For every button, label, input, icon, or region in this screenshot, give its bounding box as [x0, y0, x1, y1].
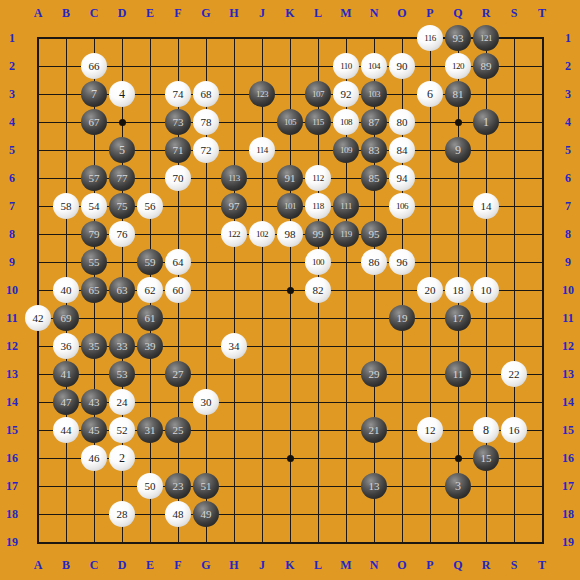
intersection-T17[interactable] [528, 472, 556, 500]
intersection-R7[interactable]: 14 [472, 192, 500, 220]
intersection-K14[interactable] [276, 388, 304, 416]
intersection-A17[interactable] [24, 472, 52, 500]
intersection-A3[interactable] [24, 80, 52, 108]
intersection-J7[interactable] [248, 192, 276, 220]
intersection-F11[interactable] [164, 304, 192, 332]
intersection-B19[interactable] [52, 528, 80, 556]
intersection-G14[interactable]: 30 [192, 388, 220, 416]
intersection-F17[interactable]: 23 [164, 472, 192, 500]
intersection-J15[interactable] [248, 416, 276, 444]
intersection-N15[interactable]: 21 [360, 416, 388, 444]
intersection-D14[interactable]: 24 [108, 388, 136, 416]
intersection-C10[interactable]: 65 [80, 276, 108, 304]
intersection-P2[interactable] [416, 52, 444, 80]
intersection-P5[interactable] [416, 136, 444, 164]
intersection-F1[interactable] [164, 24, 192, 52]
intersection-R13[interactable] [472, 360, 500, 388]
intersection-J12[interactable] [248, 332, 276, 360]
intersection-J13[interactable] [248, 360, 276, 388]
intersection-N18[interactable] [360, 500, 388, 528]
intersection-J6[interactable] [248, 164, 276, 192]
intersection-L8[interactable]: 99 [304, 220, 332, 248]
intersection-T5[interactable] [528, 136, 556, 164]
intersection-T11[interactable] [528, 304, 556, 332]
intersection-J3[interactable]: 123 [248, 80, 276, 108]
intersection-F10[interactable]: 60 [164, 276, 192, 304]
intersection-Q19[interactable] [444, 528, 472, 556]
intersection-T3[interactable] [528, 80, 556, 108]
intersection-B10[interactable]: 40 [52, 276, 80, 304]
intersection-S5[interactable] [500, 136, 528, 164]
intersection-F6[interactable]: 70 [164, 164, 192, 192]
intersection-T6[interactable] [528, 164, 556, 192]
intersection-L9[interactable]: 100 [304, 248, 332, 276]
intersection-M17[interactable] [332, 472, 360, 500]
intersection-J16[interactable] [248, 444, 276, 472]
intersection-J2[interactable] [248, 52, 276, 80]
intersection-Q6[interactable] [444, 164, 472, 192]
intersection-N11[interactable] [360, 304, 388, 332]
intersection-E3[interactable] [136, 80, 164, 108]
intersection-C4[interactable]: 67 [80, 108, 108, 136]
intersection-C15[interactable]: 45 [80, 416, 108, 444]
intersection-H3[interactable] [220, 80, 248, 108]
intersection-F2[interactable] [164, 52, 192, 80]
intersection-E8[interactable] [136, 220, 164, 248]
intersection-D19[interactable] [108, 528, 136, 556]
intersection-P16[interactable] [416, 444, 444, 472]
intersection-N1[interactable] [360, 24, 388, 52]
intersection-P14[interactable] [416, 388, 444, 416]
intersection-N2[interactable]: 104 [360, 52, 388, 80]
intersection-P15[interactable]: 12 [416, 416, 444, 444]
intersection-Q3[interactable]: 81 [444, 80, 472, 108]
intersection-L10[interactable]: 82 [304, 276, 332, 304]
intersection-S3[interactable] [500, 80, 528, 108]
intersection-G5[interactable]: 72 [192, 136, 220, 164]
intersection-A16[interactable] [24, 444, 52, 472]
intersection-O2[interactable]: 90 [388, 52, 416, 80]
intersection-E2[interactable] [136, 52, 164, 80]
intersection-R11[interactable] [472, 304, 500, 332]
intersection-G1[interactable] [192, 24, 220, 52]
intersection-C16[interactable]: 46 [80, 444, 108, 472]
intersection-L4[interactable]: 115 [304, 108, 332, 136]
intersection-G12[interactable] [192, 332, 220, 360]
intersection-B2[interactable] [52, 52, 80, 80]
intersection-C2[interactable]: 66 [80, 52, 108, 80]
intersection-K2[interactable] [276, 52, 304, 80]
intersection-E16[interactable] [136, 444, 164, 472]
intersection-C17[interactable] [80, 472, 108, 500]
intersection-C7[interactable]: 54 [80, 192, 108, 220]
intersection-G11[interactable] [192, 304, 220, 332]
intersection-R4[interactable]: 1 [472, 108, 500, 136]
intersection-G2[interactable] [192, 52, 220, 80]
intersection-J8[interactable]: 102 [248, 220, 276, 248]
intersection-J9[interactable] [248, 248, 276, 276]
intersection-J18[interactable] [248, 500, 276, 528]
intersection-M4[interactable]: 108 [332, 108, 360, 136]
intersection-A7[interactable] [24, 192, 52, 220]
intersection-O8[interactable] [388, 220, 416, 248]
intersection-N16[interactable] [360, 444, 388, 472]
intersection-J1[interactable] [248, 24, 276, 52]
intersection-F12[interactable] [164, 332, 192, 360]
intersection-N12[interactable] [360, 332, 388, 360]
intersection-O11[interactable]: 19 [388, 304, 416, 332]
intersection-O18[interactable] [388, 500, 416, 528]
intersection-M10[interactable] [332, 276, 360, 304]
intersection-L3[interactable]: 107 [304, 80, 332, 108]
intersection-A11[interactable]: 42 [24, 304, 52, 332]
intersection-E6[interactable] [136, 164, 164, 192]
intersection-Q7[interactable] [444, 192, 472, 220]
intersection-O1[interactable] [388, 24, 416, 52]
intersection-A4[interactable] [24, 108, 52, 136]
intersection-M12[interactable] [332, 332, 360, 360]
intersection-O3[interactable] [388, 80, 416, 108]
intersection-O13[interactable] [388, 360, 416, 388]
intersection-Q4[interactable] [444, 108, 472, 136]
intersection-S2[interactable] [500, 52, 528, 80]
intersection-D17[interactable] [108, 472, 136, 500]
intersection-T19[interactable] [528, 528, 556, 556]
intersection-E10[interactable]: 62 [136, 276, 164, 304]
intersection-C5[interactable] [80, 136, 108, 164]
intersection-A18[interactable] [24, 500, 52, 528]
intersection-G9[interactable] [192, 248, 220, 276]
intersection-J11[interactable] [248, 304, 276, 332]
intersection-Q2[interactable]: 120 [444, 52, 472, 80]
intersection-K9[interactable] [276, 248, 304, 276]
intersection-C8[interactable]: 79 [80, 220, 108, 248]
intersection-J5[interactable]: 114 [248, 136, 276, 164]
intersection-N9[interactable]: 86 [360, 248, 388, 276]
intersection-L19[interactable] [304, 528, 332, 556]
intersection-N6[interactable]: 85 [360, 164, 388, 192]
intersection-N5[interactable]: 83 [360, 136, 388, 164]
intersection-H8[interactable]: 122 [220, 220, 248, 248]
intersection-L18[interactable] [304, 500, 332, 528]
intersection-P17[interactable] [416, 472, 444, 500]
intersection-H12[interactable]: 34 [220, 332, 248, 360]
intersection-P18[interactable] [416, 500, 444, 528]
intersection-N3[interactable]: 103 [360, 80, 388, 108]
intersection-A1[interactable] [24, 24, 52, 52]
intersection-F16[interactable] [164, 444, 192, 472]
intersection-K12[interactable] [276, 332, 304, 360]
intersection-O16[interactable] [388, 444, 416, 472]
intersection-R3[interactable] [472, 80, 500, 108]
intersection-T14[interactable] [528, 388, 556, 416]
intersection-L6[interactable]: 112 [304, 164, 332, 192]
intersection-R10[interactable]: 10 [472, 276, 500, 304]
intersection-K18[interactable] [276, 500, 304, 528]
intersection-E7[interactable]: 56 [136, 192, 164, 220]
intersection-O10[interactable] [388, 276, 416, 304]
intersection-F4[interactable]: 73 [164, 108, 192, 136]
intersection-H2[interactable] [220, 52, 248, 80]
intersection-L14[interactable] [304, 388, 332, 416]
intersection-T1[interactable] [528, 24, 556, 52]
intersection-B4[interactable] [52, 108, 80, 136]
intersection-L5[interactable] [304, 136, 332, 164]
intersection-S8[interactable] [500, 220, 528, 248]
intersection-S16[interactable] [500, 444, 528, 472]
intersection-Q9[interactable] [444, 248, 472, 276]
intersection-J19[interactable] [248, 528, 276, 556]
intersection-O14[interactable] [388, 388, 416, 416]
intersection-J4[interactable] [248, 108, 276, 136]
intersection-B18[interactable] [52, 500, 80, 528]
intersection-D6[interactable]: 77 [108, 164, 136, 192]
intersection-Q12[interactable] [444, 332, 472, 360]
intersection-D11[interactable] [108, 304, 136, 332]
intersection-Q15[interactable] [444, 416, 472, 444]
intersection-M15[interactable] [332, 416, 360, 444]
intersection-O6[interactable]: 94 [388, 164, 416, 192]
intersection-G7[interactable] [192, 192, 220, 220]
intersection-M8[interactable]: 119 [332, 220, 360, 248]
intersection-A9[interactable] [24, 248, 52, 276]
intersection-M2[interactable]: 110 [332, 52, 360, 80]
intersection-A10[interactable] [24, 276, 52, 304]
intersection-E1[interactable] [136, 24, 164, 52]
intersection-L11[interactable] [304, 304, 332, 332]
intersection-M5[interactable]: 109 [332, 136, 360, 164]
intersection-E19[interactable] [136, 528, 164, 556]
intersection-G8[interactable] [192, 220, 220, 248]
intersection-T2[interactable] [528, 52, 556, 80]
intersection-H6[interactable]: 113 [220, 164, 248, 192]
intersection-R5[interactable] [472, 136, 500, 164]
intersection-R9[interactable] [472, 248, 500, 276]
intersection-H9[interactable] [220, 248, 248, 276]
intersection-A19[interactable] [24, 528, 52, 556]
intersection-Q13[interactable]: 11 [444, 360, 472, 388]
intersection-K13[interactable] [276, 360, 304, 388]
intersection-G18[interactable]: 49 [192, 500, 220, 528]
intersection-H14[interactable] [220, 388, 248, 416]
intersection-C6[interactable]: 57 [80, 164, 108, 192]
intersection-F8[interactable] [164, 220, 192, 248]
intersection-E11[interactable]: 61 [136, 304, 164, 332]
intersection-T8[interactable] [528, 220, 556, 248]
intersection-A13[interactable] [24, 360, 52, 388]
intersection-O12[interactable] [388, 332, 416, 360]
intersection-T15[interactable] [528, 416, 556, 444]
intersection-H1[interactable] [220, 24, 248, 52]
intersection-Q18[interactable] [444, 500, 472, 528]
intersection-O15[interactable] [388, 416, 416, 444]
intersection-B9[interactable] [52, 248, 80, 276]
intersection-F9[interactable]: 64 [164, 248, 192, 276]
intersection-R6[interactable] [472, 164, 500, 192]
intersection-D5[interactable]: 5 [108, 136, 136, 164]
intersection-M1[interactable] [332, 24, 360, 52]
intersection-F19[interactable] [164, 528, 192, 556]
intersection-S9[interactable] [500, 248, 528, 276]
intersection-S19[interactable] [500, 528, 528, 556]
intersection-T10[interactable] [528, 276, 556, 304]
intersection-P10[interactable]: 20 [416, 276, 444, 304]
intersection-N8[interactable]: 95 [360, 220, 388, 248]
intersection-E18[interactable] [136, 500, 164, 528]
intersection-R18[interactable] [472, 500, 500, 528]
intersection-M7[interactable]: 111 [332, 192, 360, 220]
intersection-C11[interactable] [80, 304, 108, 332]
intersection-E14[interactable] [136, 388, 164, 416]
intersection-O17[interactable] [388, 472, 416, 500]
intersection-L13[interactable] [304, 360, 332, 388]
intersection-R2[interactable]: 89 [472, 52, 500, 80]
intersection-Q8[interactable] [444, 220, 472, 248]
intersection-R14[interactable] [472, 388, 500, 416]
intersection-R8[interactable] [472, 220, 500, 248]
intersection-D4[interactable] [108, 108, 136, 136]
intersection-K1[interactable] [276, 24, 304, 52]
intersection-P13[interactable] [416, 360, 444, 388]
intersection-N7[interactable] [360, 192, 388, 220]
intersection-D8[interactable]: 76 [108, 220, 136, 248]
intersection-O9[interactable]: 96 [388, 248, 416, 276]
intersection-G17[interactable]: 51 [192, 472, 220, 500]
intersection-B13[interactable]: 41 [52, 360, 80, 388]
intersection-G3[interactable]: 68 [192, 80, 220, 108]
intersection-M14[interactable] [332, 388, 360, 416]
intersection-C12[interactable]: 35 [80, 332, 108, 360]
intersection-Q14[interactable] [444, 388, 472, 416]
intersection-B12[interactable]: 36 [52, 332, 80, 360]
intersection-H4[interactable] [220, 108, 248, 136]
intersection-K4[interactable]: 105 [276, 108, 304, 136]
intersection-G13[interactable] [192, 360, 220, 388]
intersection-G6[interactable] [192, 164, 220, 192]
intersection-K10[interactable] [276, 276, 304, 304]
intersection-G4[interactable]: 78 [192, 108, 220, 136]
intersection-K15[interactable] [276, 416, 304, 444]
intersection-H7[interactable]: 97 [220, 192, 248, 220]
intersection-C19[interactable] [80, 528, 108, 556]
intersection-C9[interactable]: 55 [80, 248, 108, 276]
intersection-O4[interactable]: 80 [388, 108, 416, 136]
intersection-T13[interactable] [528, 360, 556, 388]
intersection-M9[interactable] [332, 248, 360, 276]
intersection-P19[interactable] [416, 528, 444, 556]
intersection-N14[interactable] [360, 388, 388, 416]
intersection-O7[interactable]: 106 [388, 192, 416, 220]
intersection-H19[interactable] [220, 528, 248, 556]
intersection-L2[interactable] [304, 52, 332, 80]
intersection-K11[interactable] [276, 304, 304, 332]
intersection-S7[interactable] [500, 192, 528, 220]
intersection-Q11[interactable]: 17 [444, 304, 472, 332]
intersection-Q1[interactable]: 93 [444, 24, 472, 52]
intersection-L7[interactable]: 118 [304, 192, 332, 220]
intersection-N4[interactable]: 87 [360, 108, 388, 136]
intersection-H15[interactable] [220, 416, 248, 444]
intersection-O5[interactable]: 84 [388, 136, 416, 164]
intersection-B6[interactable] [52, 164, 80, 192]
intersection-H5[interactable] [220, 136, 248, 164]
intersection-F7[interactable] [164, 192, 192, 220]
intersection-F3[interactable]: 74 [164, 80, 192, 108]
intersection-B5[interactable] [52, 136, 80, 164]
intersection-B8[interactable] [52, 220, 80, 248]
intersection-R16[interactable]: 15 [472, 444, 500, 472]
intersection-E12[interactable]: 39 [136, 332, 164, 360]
intersection-E15[interactable]: 31 [136, 416, 164, 444]
intersection-H13[interactable] [220, 360, 248, 388]
intersection-E17[interactable]: 50 [136, 472, 164, 500]
intersection-A5[interactable] [24, 136, 52, 164]
intersection-F5[interactable]: 71 [164, 136, 192, 164]
intersection-K8[interactable]: 98 [276, 220, 304, 248]
intersection-Q10[interactable]: 18 [444, 276, 472, 304]
intersection-M16[interactable] [332, 444, 360, 472]
intersection-L16[interactable] [304, 444, 332, 472]
intersection-R17[interactable] [472, 472, 500, 500]
intersection-D12[interactable]: 33 [108, 332, 136, 360]
intersection-T7[interactable] [528, 192, 556, 220]
intersection-P3[interactable]: 6 [416, 80, 444, 108]
intersection-D15[interactable]: 52 [108, 416, 136, 444]
intersection-B15[interactable]: 44 [52, 416, 80, 444]
intersection-S6[interactable] [500, 164, 528, 192]
intersection-D2[interactable] [108, 52, 136, 80]
intersection-C1[interactable] [80, 24, 108, 52]
intersection-S14[interactable] [500, 388, 528, 416]
intersection-T18[interactable] [528, 500, 556, 528]
intersection-D18[interactable]: 28 [108, 500, 136, 528]
intersection-P8[interactable] [416, 220, 444, 248]
intersection-E13[interactable] [136, 360, 164, 388]
intersection-D7[interactable]: 75 [108, 192, 136, 220]
intersection-M19[interactable] [332, 528, 360, 556]
intersection-L17[interactable] [304, 472, 332, 500]
intersection-B1[interactable] [52, 24, 80, 52]
intersection-Q5[interactable]: 9 [444, 136, 472, 164]
intersection-N17[interactable]: 13 [360, 472, 388, 500]
intersection-A8[interactable] [24, 220, 52, 248]
intersection-F18[interactable]: 48 [164, 500, 192, 528]
intersection-C3[interactable]: 7 [80, 80, 108, 108]
intersection-N19[interactable] [360, 528, 388, 556]
intersection-Q16[interactable] [444, 444, 472, 472]
intersection-S13[interactable]: 22 [500, 360, 528, 388]
intersection-P4[interactable] [416, 108, 444, 136]
intersection-B7[interactable]: 58 [52, 192, 80, 220]
intersection-B16[interactable] [52, 444, 80, 472]
intersection-E5[interactable] [136, 136, 164, 164]
intersection-M6[interactable] [332, 164, 360, 192]
intersection-P12[interactable] [416, 332, 444, 360]
intersection-N10[interactable] [360, 276, 388, 304]
intersection-K5[interactable] [276, 136, 304, 164]
intersection-M11[interactable] [332, 304, 360, 332]
intersection-F13[interactable]: 27 [164, 360, 192, 388]
intersection-S10[interactable] [500, 276, 528, 304]
intersection-J17[interactable] [248, 472, 276, 500]
intersection-D3[interactable]: 4 [108, 80, 136, 108]
intersection-G19[interactable] [192, 528, 220, 556]
intersection-M3[interactable]: 92 [332, 80, 360, 108]
intersection-P1[interactable]: 116 [416, 24, 444, 52]
intersection-F15[interactable]: 25 [164, 416, 192, 444]
intersection-M18[interactable] [332, 500, 360, 528]
intersection-G16[interactable] [192, 444, 220, 472]
